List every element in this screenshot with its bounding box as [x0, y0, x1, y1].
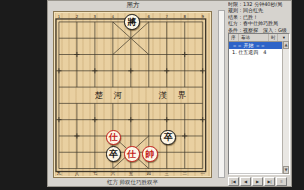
svg-text:楚 河: 楚 河 — [95, 90, 126, 100]
svg-text:三: 三 — [165, 171, 170, 176]
nav-menu-button[interactable]: ≡ — [276, 177, 287, 186]
svg-text:4: 4 — [112, 14, 115, 19]
black-general-piece[interactable]: 將 — [124, 14, 140, 30]
black-soldier-piece[interactable]: 卒 — [160, 130, 176, 146]
nav-next-button[interactable]: ▶ — [252, 177, 263, 186]
move-list-col-time: 时 — [269, 34, 278, 41]
svg-text:八: 八 — [75, 171, 80, 177]
svg-text:9: 9 — [201, 14, 204, 19]
game-info-panel: 时限：132 分钟40秒/局规则：回合红先结果：已胜！红方：春中仕帅巧胜局条件：… — [228, 1, 291, 33]
svg-text:二: 二 — [183, 171, 188, 176]
move-list-options-button[interactable]: ▾ — [278, 34, 289, 41]
svg-text:1: 1 — [58, 14, 61, 19]
move-row-2[interactable]: 1. 仕五退四 4 — [229, 49, 289, 56]
nav-last-button[interactable]: ▶| — [264, 177, 275, 186]
move-list-col-move: 着法 — [239, 34, 269, 41]
svg-text:2: 2 — [76, 14, 79, 19]
black-soldier-piece[interactable]: 卒 — [106, 146, 122, 162]
svg-text:七: 七 — [92, 170, 98, 176]
nav-first-button[interactable]: |◀ — [228, 177, 239, 186]
svg-text:6: 6 — [148, 14, 151, 19]
move-row-1[interactable]: ＝＝ 开始 ＝＝ — [229, 42, 289, 49]
red-advisor-piece[interactable]: 仕 — [124, 146, 140, 162]
svg-text:六: 六 — [111, 171, 116, 176]
move-list-header: 序 着法 时 ▾ — [229, 34, 289, 42]
nav-prev-button[interactable]: ◀ — [240, 177, 251, 186]
svg-text:7: 7 — [166, 14, 169, 19]
red-side-caption: 红方 帅双仕巧胜双卒 — [53, 178, 212, 187]
svg-text:五: 五 — [129, 171, 134, 176]
scroll-up-icon[interactable]: ▲ — [283, 41, 289, 49]
replay-nav-buttons: |◀◀▶▶|≡ — [228, 177, 287, 186]
move-list-scrollbar[interactable]: ▲ ▼ — [282, 41, 289, 174]
move-list-col-index: 序 — [229, 34, 239, 41]
app-screenshot: 黑方 楚 河漢 界123456789九八七六五四三二一 將仕卒卒仕帥 红方 帅双… — [0, 0, 304, 190]
red-general-piece[interactable]: 帥 — [142, 146, 158, 162]
xiangqi-board[interactable]: 楚 河漢 界123456789九八七六五四三二一 將仕卒卒仕帥 — [53, 11, 212, 178]
svg-text:一: 一 — [200, 171, 205, 176]
scroll-down-icon[interactable]: ▼ — [283, 166, 289, 174]
black-side-label: 黑方 — [55, 0, 211, 10]
svg-text:3: 3 — [94, 14, 97, 19]
svg-text:四: 四 — [147, 171, 151, 176]
svg-text:8: 8 — [183, 14, 186, 19]
svg-text:漢 界: 漢 界 — [158, 90, 190, 100]
move-list[interactable]: 序 着法 时 ▾ ＝＝ 开始 ＝＝1. 仕五退四 4 ▲ ▼ — [228, 33, 290, 175]
pane-splitter[interactable] — [218, 10, 225, 178]
svg-text:九: 九 — [57, 171, 62, 176]
